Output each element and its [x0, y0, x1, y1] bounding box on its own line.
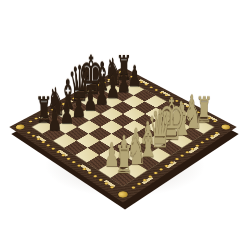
- brass-medallion-icon: [220, 123, 232, 130]
- chess-set-photo: ♜♞♝♛♚♝♞♜♟♟♟♟♟♟♟♟♟♟♟♟♟♟♟♟♜♞♝♛♚♝♞♜: [0, 0, 250, 250]
- piece-black-pawn[interactable]: ♟: [47, 104, 62, 135]
- brass-medallion-icon: [116, 190, 130, 199]
- piece-white-rook[interactable]: ♜: [115, 140, 134, 178]
- brass-medallion-icon: [14, 123, 26, 130]
- square-d6[interactable]: [89, 114, 111, 127]
